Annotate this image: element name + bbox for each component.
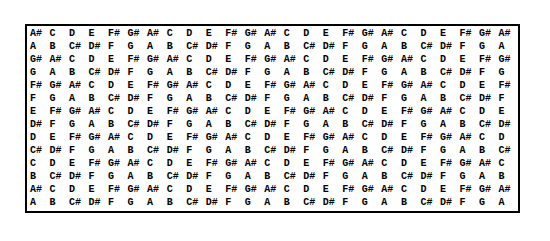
grid-cell-r6c19: F [381,92,401,105]
grid-cell-r14c7: A [147,197,167,210]
grid-cell-r7c18: D [362,105,382,118]
grid-cell-r5c20: G# [401,79,421,92]
grid-cell-r4c14: A [284,66,304,79]
grid-cell-r1c8: C [167,27,187,40]
grid-cell-r1c2: C [50,27,70,40]
grid-cell-r14c14: B [284,197,304,210]
grid-cell-r14c20: B [401,197,421,210]
grid-cell-r8c24: C# [479,118,499,131]
grid-cell-r4c11: D# [225,66,245,79]
grid-cell-r14c16: D# [323,197,343,210]
grid-cell-r7c13: E [264,105,284,118]
grid-cell-r3c10: D [206,53,226,66]
grid-cell-r3c9: C [186,53,206,66]
grid-cell-r14c19: A [381,197,401,210]
grid-cell-r6c9: A [186,92,206,105]
grid-cell-r13c9: D [186,184,206,197]
grid-cell-r12c9: D# [186,171,206,184]
grid-cell-r13c15: D [303,184,323,197]
grid-cell-r8c16: A [323,118,343,131]
grid-cell-r6c13: F [264,92,284,105]
grid-cell-r10c9: F [186,145,206,158]
grid-cell-r13c13: A# [264,184,284,197]
grid-cell-r1c25: A# [498,27,518,40]
grid-cell-r4c8: A [167,66,187,79]
grid-cell-r1c1: A# [30,27,50,40]
grid-cell-r13c25: A# [498,184,518,197]
grid-cell-r10c25: C# [498,145,518,158]
grid-cell-r8c21: G [420,118,440,131]
grid-cell-r3c19: G# [381,53,401,66]
grid-cell-r4c7: G [147,66,167,79]
grid-cell-r1c9: D [186,27,206,40]
grid-cell-r1c17: F# [342,27,362,40]
grid-cell-r13c22: E [440,184,460,197]
grid-cell-r9c4: G# [89,132,109,145]
grid-cell-r11c19: C [381,158,401,171]
grid-cell-r9c23: A# [459,132,479,145]
grid-cell-r10c2: D# [50,145,70,158]
grid-cell-r11c5: G# [108,158,128,171]
grid-cell-r8c25: D# [498,118,518,131]
grid-cell-r9c16: G# [323,132,343,145]
grid-cell-r6c3: A [69,92,89,105]
grid-cell-r12c11: G [225,171,245,184]
grid-cell-r6c14: G [284,92,304,105]
grid-cell-r6c11: C# [225,92,245,105]
grid-cell-r14c1: A [30,197,50,210]
grid-cell-r12c2: C# [50,171,70,184]
grid-cell-r5c7: F# [147,79,167,92]
grid-cell-r11c16: F# [323,158,343,171]
grid-cell-r4c12: F [245,66,265,79]
grid-cell-r7c7: E [147,105,167,118]
grid-cell-r11c15: E [303,158,323,171]
grid-cell-r6c5: C# [108,92,128,105]
grid-cell-r10c20: D# [401,145,421,158]
grid-cell-r2c19: A [381,40,401,53]
grid-cell-r11c20: D [401,158,421,171]
grid-cell-r2c15: C# [303,40,323,53]
grid-cell-r6c1: F [30,92,50,105]
grid-cell-r7c10: A# [206,105,226,118]
grid-cell-r12c14: C# [284,171,304,184]
grid-cell-r6c6: D# [128,92,148,105]
grid-cell-r13c4: E [89,184,109,197]
grid-cell-r11c22: F# [440,158,460,171]
grid-cell-r8c18: C# [362,118,382,131]
grid-cell-r10c17: A [342,145,362,158]
grid-cell-r4c17: D# [342,66,362,79]
grid-cell-r9c3: F# [69,132,89,145]
grid-cell-r6c4: B [89,92,109,105]
grid-cell-r9c8: E [167,132,187,145]
grid-cell-r2c13: A [264,40,284,53]
grid-cell-r11c6: A# [128,158,148,171]
grid-cell-r14c24: G [479,197,499,210]
grid-cell-r9c1: D [30,132,50,145]
grid-cell-r2c9: C# [186,40,206,53]
page: A#CDEF#G#A#CDEF#G#A#CDEF#G#A#CDEF#G#A#AB… [0,0,550,241]
grid-cell-r8c19: D# [381,118,401,131]
grid-cell-r1c16: E [323,27,343,40]
grid-cell-r3c11: E [225,53,245,66]
grid-cell-r4c1: G [30,66,50,79]
grid-cell-r11c8: D [167,158,187,171]
grid-cell-r5c4: C [89,79,109,92]
grid-cell-r7c8: F# [167,105,187,118]
grid-cell-r9c5: A# [108,132,128,145]
grid-cell-r14c9: C# [186,197,206,210]
grid-cell-r5c2: G# [50,79,70,92]
grid-cell-r2c25: A [498,40,518,53]
grid-cell-r2c11: F [225,40,245,53]
grid-cell-r11c10: F# [206,158,226,171]
grid-cell-r10c19: C# [381,145,401,158]
grid-cell-r10c18: B [362,145,382,158]
grid-cell-r14c12: G [245,197,265,210]
grid-cell-r7c11: C [225,105,245,118]
grid-cell-r2c4: D# [89,40,109,53]
grid-cell-r14c8: B [167,197,187,210]
grid-cell-r10c14: D# [284,145,304,158]
grid-cell-r13c8: C [167,184,187,197]
grid-cell-r14c13: A [264,197,284,210]
grid-cell-r2c24: G [479,40,499,53]
grid-cell-r13c20: C [401,184,421,197]
grid-cell-r5c12: E [245,79,265,92]
grid-cell-r3c5: E [108,53,128,66]
grid-cell-r8c20: F [401,118,421,131]
grid-cell-r2c5: F [108,40,128,53]
grid-cell-r2c18: G [362,40,382,53]
grid-cell-r3c22: D [440,53,460,66]
grid-cell-r1c13: A# [264,27,284,40]
grid-cell-r1c18: G# [362,27,382,40]
grid-cell-r8c14: F [284,118,304,131]
grid-cell-r14c3: C# [69,197,89,210]
grid-cell-r12c16: F [323,171,343,184]
grid-cell-r9c24: C [479,132,499,145]
grid-cell-r12c1: B [30,171,50,184]
grid-cell-r1c3: D [69,27,89,40]
grid-cell-r7c16: A# [323,105,343,118]
grid-cell-r10c11: A [225,145,245,158]
grid-cell-r13c5: F# [108,184,128,197]
grid-cell-r14c10: D# [206,197,226,210]
grid-cell-r1c6: G# [128,27,148,40]
grid-cell-r12c23: G [459,171,479,184]
grid-cell-r4c20: A [401,66,421,79]
grid-cell-r6c22: B [440,92,460,105]
grid-cell-r14c23: F [459,197,479,210]
grid-cell-r2c8: B [167,40,187,53]
grid-cell-r7c21: G# [420,105,440,118]
grid-cell-r4c3: B [69,66,89,79]
grid-cell-r14c5: F [108,197,128,210]
grid-cell-r3c2: A# [50,53,70,66]
grid-cell-r2c10: D# [206,40,226,53]
grid-cell-r11c18: A# [362,158,382,171]
grid-cell-r14c15: C# [303,197,323,210]
grid-cell-r4c5: D# [108,66,128,79]
grid-cell-r5c16: C [323,79,343,92]
grid-cell-r4c15: B [303,66,323,79]
grid-cell-r1c12: G# [245,27,265,40]
grid-cell-r7c17: C [342,105,362,118]
grid-cell-r11c13: C [264,158,284,171]
grid-cell-r5c11: D [225,79,245,92]
grid-cell-r4c18: F [362,66,382,79]
grid-cell-r12c12: A [245,171,265,184]
grid-cell-r6c16: B [323,92,343,105]
grid-cell-r13c10: E [206,184,226,197]
grid-cell-r10c1: C# [30,145,50,158]
grid-cell-r13c23: F# [459,184,479,197]
grid-cell-r13c24: G# [479,184,499,197]
grid-cell-r13c21: D [420,184,440,197]
grid-cell-r5c6: E [128,79,148,92]
grid-cell-r14c21: C# [420,197,440,210]
grid-cell-r6c7: F [147,92,167,105]
grid-cell-r14c4: D# [89,197,109,210]
grid-cell-r7c2: F# [50,105,70,118]
grid-cell-r12c6: A [128,171,148,184]
grid-cell-r9c22: G# [440,132,460,145]
grid-cell-r5c18: E [362,79,382,92]
grid-cell-r3c15: C [303,53,323,66]
grid-cell-r10c10: G [206,145,226,158]
grid-cell-r12c4: F [89,171,109,184]
grid-cell-r9c25: D [498,132,518,145]
grid-cell-r10c22: G [440,145,460,158]
grid-cell-r6c8: G [167,92,187,105]
grid-cell-r1c22: E [440,27,460,40]
grid-cell-r10c24: B [479,145,499,158]
grid-cell-r9c15: F# [303,132,323,145]
grid-cell-r8c5: B [108,118,128,131]
grid-cell-r1c21: D [420,27,440,40]
grid-cell-r10c4: G [89,145,109,158]
grid-cell-r4c9: B [186,66,206,79]
grid-cell-r2c22: D# [440,40,460,53]
grid-cell-r2c17: F [342,40,362,53]
grid-cell-r3c20: A# [401,53,421,66]
grid-cell-r12c8: C# [167,171,187,184]
grid-cell-r9c20: E [401,132,421,145]
grid-cell-r6c24: D# [479,92,499,105]
grid-cell-r5c13: F# [264,79,284,92]
grid-cell-r2c1: A [30,40,50,53]
grid-cell-r3c23: E [459,53,479,66]
grid-cell-r13c11: F# [225,184,245,197]
grid-cell-r9c21: F# [420,132,440,145]
grid-cell-r10c6: B [128,145,148,158]
grid-cell-r14c17: F [342,197,362,210]
grid-cell-r12c21: D# [420,171,440,184]
grid-cell-r13c12: G# [245,184,265,197]
grid-cell-r9c13: D [264,132,284,145]
grid-cell-r1c15: D [303,27,323,40]
grid-cell-r12c3: D# [69,171,89,184]
grid-cell-r12c18: A [362,171,382,184]
grid-cell-r2c6: G [128,40,148,53]
grid-cell-r7c4: A# [89,105,109,118]
grid-cell-r11c21: E [420,158,440,171]
grid-cell-r1c23: F# [459,27,479,40]
grid-cell-r1c24: G# [479,27,499,40]
grid-cell-r2c12: G [245,40,265,53]
grid-cell-r12c13: B [264,171,284,184]
grid-cell-r6c20: G [401,92,421,105]
grid-cell-r11c2: D [50,158,70,171]
grid-cell-r14c22: D# [440,197,460,210]
grid-cell-r8c7: D# [147,118,167,131]
grid-cell-r6c23: C# [459,92,479,105]
grid-cell-r9c17: A# [342,132,362,145]
grid-cell-r1c19: A# [381,27,401,40]
grid-cell-r5c15: A# [303,79,323,92]
grid-cell-r3c7: G# [147,53,167,66]
grid-cell-r3c25: G# [498,53,518,66]
grid-cell-r11c14: D [284,158,304,171]
grid-cell-r12c25: B [498,171,518,184]
grid-cell-r13c2: C [50,184,70,197]
grid-cell-r5c14: G# [284,79,304,92]
grid-cell-r8c1: D# [30,118,50,131]
grid-cell-r1c11: F# [225,27,245,40]
grid-cell-r5c25: F# [498,79,518,92]
grid-cell-r4c24: F [479,66,499,79]
grid-cell-r7c5: C [108,105,128,118]
grid-cell-r6c18: D# [362,92,382,105]
grid-cell-r10c5: A [108,145,128,158]
grid-cell-r14c11: F [225,197,245,210]
grid-cell-r13c19: A# [381,184,401,197]
grid-cell-r3c8: A# [167,53,187,66]
grid-cell-r2c14: B [284,40,304,53]
grid-cell-r10c13: C# [264,145,284,158]
grid-cell-r13c18: G# [362,184,382,197]
grid-cell-r11c11: G# [225,158,245,171]
grid-cell-r9c19: D [381,132,401,145]
grid-cell-r6c21: A [420,92,440,105]
grid-cell-r2c20: B [401,40,421,53]
grid-cell-r4c6: F [128,66,148,79]
grid-cell-r4c13: G [264,66,284,79]
grid-cell-r12c7: B [147,171,167,184]
grid-cell-r14c6: G [128,197,148,210]
grid-cell-r6c25: F [498,92,518,105]
grid-cell-r7c15: G# [303,105,323,118]
grid-cell-r6c15: A [303,92,323,105]
grid-cell-r8c15: G [303,118,323,131]
grid-cell-r7c20: F# [401,105,421,118]
grid-cell-r7c3: G# [69,105,89,118]
grid-cell-r13c17: F# [342,184,362,197]
grid-cell-r2c21: C# [420,40,440,53]
grid-cell-r5c3: A# [69,79,89,92]
grid-cell-r11c1: C [30,158,50,171]
grid-cell-r6c10: B [206,92,226,105]
grid-cell-r8c10: A [206,118,226,131]
grid-cell-r3c24: F# [479,53,499,66]
grid-cell-r11c7: C [147,158,167,171]
grid-cell-r14c18: G [362,197,382,210]
grid-cell-r14c2: B [50,197,70,210]
grid-cell-r8c22: A [440,118,460,131]
grid-cell-r11c12: A# [245,158,265,171]
grid-cell-r9c11: A# [225,132,245,145]
grid-cell-r10c21: F [420,145,440,158]
grid-cell-r3c16: D [323,53,343,66]
grid-cell-r8c3: G [69,118,89,131]
grid-cell-r14c25: A [498,197,518,210]
grid-cell-r5c22: C [440,79,460,92]
grid-cell-r12c19: B [381,171,401,184]
grid-cell-r3c12: F# [245,53,265,66]
grid-cell-r4c23: D# [459,66,479,79]
grid-cell-r8c9: G [186,118,206,131]
grid-cell-r3c18: F# [362,53,382,66]
grid-cell-r3c4: D [89,53,109,66]
grid-cell-r12c15: D# [303,171,323,184]
grid-cell-r13c1: A# [30,184,50,197]
grid-cell-r5c19: F# [381,79,401,92]
grid-cell-r1c7: A# [147,27,167,40]
grid-cell-r7c9: G# [186,105,206,118]
grid-cell-r8c2: F [50,118,70,131]
grid-cell-r8c13: D# [264,118,284,131]
grid-cell-r10c15: F [303,145,323,158]
grid-cell-r13c14: C [284,184,304,197]
grid-cell-r5c23: D [459,79,479,92]
grid-cell-r7c1: E [30,105,50,118]
grid-cell-r7c22: A# [440,105,460,118]
grid-cell-r12c22: F [440,171,460,184]
grid-cell-r8c12: C# [245,118,265,131]
grid-cell-r4c4: C# [89,66,109,79]
note-grid: A#CDEF#G#A#CDEF#G#A#CDEF#G#A#CDEF#G#A#AB… [27,26,518,211]
grid-cell-r5c17: D [342,79,362,92]
grid-cell-r5c9: A# [186,79,206,92]
grid-cell-r9c18: C [362,132,382,145]
grid-cell-r7c14: F# [284,105,304,118]
grid-cell-r10c8: D# [167,145,187,158]
grid-cell-r2c7: A [147,40,167,53]
grid-cell-r11c25: C [498,158,518,171]
grid-cell-r3c21: C [420,53,440,66]
grid-cell-r5c5: D [108,79,128,92]
grid-cell-r13c3: D [69,184,89,197]
grid-cell-r9c14: E [284,132,304,145]
grid-cell-r3c3: C [69,53,89,66]
grid-cell-r2c23: F [459,40,479,53]
grid-cell-r8c4: A [89,118,109,131]
grid-cell-r9c9: F# [186,132,206,145]
grid-cell-r6c12: D# [245,92,265,105]
grid-cell-r1c5: F# [108,27,128,40]
grid-cell-r7c12: D [245,105,265,118]
grid-cell-r2c2: B [50,40,70,53]
grid-cell-r11c23: G# [459,158,479,171]
grid-cell-r3c1: G# [30,53,50,66]
grid-cell-r11c9: E [186,158,206,171]
grid-cell-r1c14: C [284,27,304,40]
grid-cell-r9c12: C [245,132,265,145]
grid-cell-r12c10: F [206,171,226,184]
grid-cell-r6c17: C# [342,92,362,105]
